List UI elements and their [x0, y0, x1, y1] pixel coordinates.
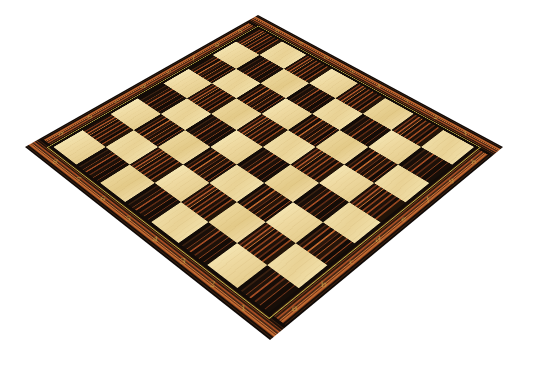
coord-near-rank-2: 2 [209, 279, 216, 288]
coord-near-rank-6: 6 [100, 195, 106, 203]
coord-near-rank-5: 5 [125, 214, 131, 222]
coord-near-rank-7: 7 [76, 176, 81, 184]
coord-left-file-c: c [115, 98, 120, 104]
coord-left-file-e: e [167, 69, 172, 75]
coord-left-file-a: a [58, 130, 63, 137]
coord-left-file-b: b [87, 114, 92, 120]
coord-near-rank-4: 4 [152, 235, 158, 244]
chess-board: 8877665544332211hhggffeeddccbbaa [25, 15, 503, 340]
coord-left-file-h: h [237, 28, 242, 33]
coord-near-rank-3: 3 [180, 256, 187, 265]
coord-left-file-d: d [141, 83, 146, 89]
product-photo: 8877665544332211hhggffeeddccbbaa [0, 0, 540, 370]
coord-left-file-g: g [215, 41, 220, 46]
coord-near-rank-8: 8 [53, 158, 58, 165]
border-pinstripe [47, 25, 481, 318]
